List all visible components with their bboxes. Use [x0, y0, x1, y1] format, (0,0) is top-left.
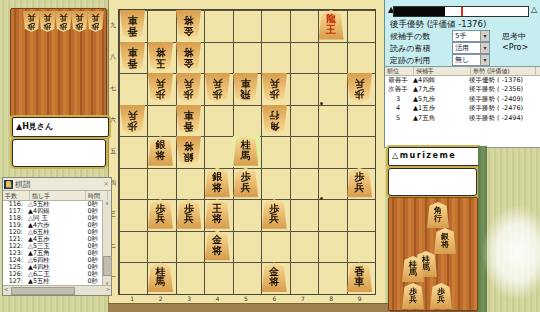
sente-piece-歩兵[interactable]: 歩兵 — [347, 73, 372, 103]
gote-piece-歩兵[interactable]: 歩兵 — [148, 199, 173, 229]
option-row-joseki: 定跡の利用 無し — [390, 55, 430, 66]
gote-piece-角行[interactable]: 角行 — [427, 202, 449, 228]
candidate-rank: 5 — [385, 114, 411, 123]
header-rank: 順位 — [385, 67, 414, 75]
move-time: 0秒 — [80, 278, 98, 285]
gote-piece-銀将[interactable]: 銀将 — [434, 228, 456, 254]
gote-piece-銀将[interactable]: 銀将 — [148, 136, 173, 166]
file-label: 7 — [289, 295, 317, 302]
sente-piece-歩兵[interactable]: 歩兵 — [205, 73, 230, 103]
sente-piece-歩兵[interactable]: 歩兵 — [120, 105, 145, 135]
gote-piece-王将[interactable]: 王将 — [205, 199, 230, 229]
candidate-row[interactable]: 4▲1五歩後手勝勢 ( -2476) — [385, 104, 540, 113]
candidates-count-dropdown[interactable]: 5手 — [452, 30, 490, 42]
option-row-candidates: 候補手の数 5手 思考中 — [390, 31, 430, 42]
header-move: 候補手 — [414, 67, 471, 75]
rank-label: 七 — [108, 72, 118, 104]
candidate-eval: 後手勝勢 ( -2494) — [467, 114, 523, 123]
candidate-rank: 3 — [385, 95, 411, 104]
sente-komadai[interactable]: 歩兵歩兵歩兵歩兵歩兵 — [10, 8, 107, 117]
rank-label: 八 — [108, 41, 118, 73]
scroll-left-icon[interactable]: < — [4, 286, 8, 292]
rank-label: 五 — [108, 135, 118, 167]
candidate-row[interactable]: 最善手▲4四銀後手優勢 ( -1376) — [385, 76, 540, 85]
gote-komadai[interactable]: 角行銀将桂馬桂馬歩兵歩兵 — [388, 197, 478, 311]
gote-piece-金将[interactable]: 金将 — [205, 231, 230, 261]
move-text: ▲5五桂 — [28, 278, 80, 285]
kifu-horizontal-scrollbar[interactable]: < > — [3, 285, 111, 295]
gote-eval-marker: △ — [531, 5, 537, 14]
scrollbar-thumb[interactable] — [11, 287, 75, 295]
kifu-piece-icon — [4, 180, 13, 189]
candidate-move: ▲7五角 — [411, 114, 467, 123]
candidate-moves-table: 順位 候補手 形勢 (評価値) 最善手▲4四銀後手優勢 ( -1376)次善手▲… — [384, 66, 540, 148]
rank-label: 九 — [108, 9, 118, 41]
scrollbar-thumb[interactable] — [103, 256, 112, 276]
memory-use-dropdown[interactable]: 活用 — [452, 42, 490, 54]
sente-piece-歩兵[interactable]: 歩兵 — [176, 73, 201, 103]
file-label: 4 — [203, 295, 231, 302]
sente-piece-銀将[interactable]: 銀将 — [176, 136, 201, 166]
sente-piece-飛車[interactable]: 飛車 — [233, 73, 258, 103]
header-eval: 形勢 (評価値) — [471, 67, 536, 75]
candidate-move: ▲4四銀 — [411, 76, 467, 85]
file-label: 6 — [260, 295, 288, 302]
gote-piece-歩兵[interactable]: 歩兵 — [347, 168, 372, 198]
kifu-header-move: 指し手 — [30, 191, 86, 200]
sente-piece-歩兵[interactable]: 歩兵 — [39, 11, 56, 32]
kifu-header-moveno: 手数 — [3, 191, 30, 200]
candidate-eval: 後手勝勢 ( -2409) — [467, 95, 523, 104]
gote-piece-銀将[interactable]: 銀将 — [205, 168, 230, 198]
sente-piece-金将[interactable]: 金将 — [176, 42, 201, 72]
sente-piece-歩兵[interactable]: 歩兵 — [55, 11, 72, 32]
file-label: 1 — [118, 295, 146, 302]
candidate-rank: 4 — [385, 104, 411, 113]
sente-piece-香車[interactable]: 香車 — [120, 42, 145, 72]
sente-name: ▲H見さん — [16, 122, 53, 131]
gote-piece-歩兵[interactable]: 歩兵 — [430, 283, 452, 309]
kifu-vertical-scrollbar[interactable]: ∧ ∨ — [102, 200, 111, 286]
candidate-eval: 後手勝勢 ( -2356) — [467, 85, 523, 94]
option-row-memory: 読みの蓄積 活用 <Pro> — [390, 43, 430, 54]
candidate-rank: 最善手 — [385, 76, 411, 85]
joseki-use-dropdown[interactable]: 無し — [452, 54, 490, 66]
gote-piece-桂馬[interactable]: 桂馬 — [148, 262, 173, 292]
sente-piece-金将[interactable]: 金将 — [176, 10, 201, 40]
option-label: 候補手の数 — [390, 32, 430, 41]
gote-piece-金将[interactable]: 金将 — [262, 262, 287, 292]
file-label: 2 — [146, 295, 174, 302]
sente-piece-玉将[interactable]: 玉将 — [148, 42, 173, 72]
file-label: 5 — [232, 295, 260, 302]
gote-name-box: △murizeme — [388, 147, 480, 166]
option-label: 定跡の利用 — [390, 56, 430, 65]
candidate-row[interactable]: 次善手▲7九歩後手勝勢 ( -2356) — [385, 85, 540, 94]
gote-piece-歩兵[interactable]: 歩兵 — [402, 283, 424, 309]
sente-piece-香車[interactable]: 香車 — [120, 10, 145, 40]
sente-name-box: ▲H見さん — [12, 117, 109, 137]
analysis-panel: ▲ △ 後手優勢 (評価値 -1376) 候補手の数 5手 思考中 読みの蓄積 … — [384, 0, 540, 66]
candidate-row[interactable]: 3▲5九歩後手勝勢 ( -2409) — [385, 95, 540, 104]
candidates-list[interactable]: 最善手▲4四銀後手優勢 ( -1376)次善手▲7九歩後手勝勢 ( -2356)… — [385, 76, 540, 123]
header-spare — [536, 67, 540, 75]
kifu-titlebar[interactable]: 棋譜 × — [3, 178, 111, 191]
kifu-move-list[interactable]: 116:△5五桂0秒117:▲4四銀0秒118:△同 玉0秒119:▲4六歩0秒… — [3, 201, 111, 285]
gote-piece-香車[interactable]: 香車 — [347, 262, 372, 292]
file-label: 9 — [346, 295, 374, 302]
sente-piece-歩兵[interactable]: 歩兵 — [71, 11, 88, 32]
file-label: 8 — [317, 295, 345, 302]
candidate-eval: 後手勝勢 ( -2476) — [467, 104, 523, 113]
kifu-close-icon[interactable]: × — [103, 180, 109, 188]
candidate-row[interactable]: 5▲7五角後手勝勢 ( -2494) — [385, 114, 540, 123]
kifu-row[interactable]: 127:▲5五桂0秒 — [3, 278, 111, 285]
kifu-title-label: 棋譜 — [15, 179, 31, 190]
background-highlight-blob — [482, 205, 540, 300]
evaluation-marker-line — [461, 7, 463, 16]
sente-piece-歩兵[interactable]: 歩兵 — [23, 11, 40, 32]
gote-name: △murizeme — [392, 151, 456, 160]
gote-piece-桂馬[interactable]: 桂馬 — [402, 256, 424, 282]
gote-piece-龍王[interactable]: 龍王 — [319, 10, 344, 40]
candidate-eval: 後手優勢 ( -1376) — [467, 76, 523, 85]
gote-piece-歩兵[interactable]: 歩兵 — [262, 199, 287, 229]
engine-status: 思考中 — [502, 31, 526, 42]
engine-level: <Pro> — [502, 43, 528, 52]
kifu-header-time: 時間 — [86, 191, 108, 200]
scroll-right-icon[interactable]: > — [106, 286, 110, 292]
candidate-move: ▲1五歩 — [411, 104, 467, 113]
evaluation-bar — [393, 6, 529, 17]
gote-piece-歩兵[interactable]: 歩兵 — [176, 199, 201, 229]
gote-piece-桂馬[interactable]: 桂馬 — [233, 136, 258, 166]
move-number: 127: — [3, 278, 23, 285]
sente-piece-香車[interactable]: 香車 — [176, 105, 201, 135]
gote-message-box — [388, 168, 477, 196]
candidate-rank: 次善手 — [385, 85, 411, 94]
sente-piece-歩兵[interactable]: 歩兵 — [148, 73, 173, 103]
kifu-panel: 棋譜 × 手数 指し手 時間 116:△5五桂0秒117:▲4四銀0秒118:△… — [2, 177, 112, 296]
candidate-move: ▲7九歩 — [411, 85, 467, 94]
sente-message-box — [12, 139, 106, 167]
candidates-headers: 順位 候補手 形勢 (評価値) — [385, 67, 540, 76]
option-label: 読みの蓄積 — [390, 44, 430, 53]
sente-piece-角行[interactable]: 角行 — [262, 105, 287, 135]
rank-label: 六 — [108, 104, 118, 136]
candidate-move: ▲5九歩 — [411, 95, 467, 104]
gote-piece-歩兵[interactable]: 歩兵 — [233, 168, 258, 198]
sente-piece-歩兵[interactable]: 歩兵 — [262, 73, 287, 103]
evaluation-fill — [394, 7, 445, 16]
file-label: 3 — [175, 295, 203, 302]
hoshi-dot — [320, 197, 323, 200]
sente-piece-歩兵[interactable]: 歩兵 — [87, 11, 104, 32]
